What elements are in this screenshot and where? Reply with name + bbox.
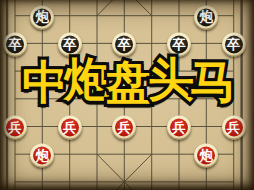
piece-red-soldier-7[interactable]: 兵 xyxy=(167,116,191,140)
black-piece-glyph: 卒 xyxy=(6,36,24,54)
title-char: 炮 xyxy=(64,56,106,102)
xiangqi-board: 炮炮卒卒卒卒卒兵兵兵兵兵炮炮 中炮盘头马 xyxy=(0,0,254,190)
black-piece-glyph: 炮 xyxy=(33,8,51,26)
title-char: 马 xyxy=(190,59,232,105)
opening-title: 中炮盘头马 xyxy=(0,58,254,104)
red-piece-glyph: 兵 xyxy=(6,119,24,137)
black-piece-glyph: 卒 xyxy=(115,36,133,54)
piece-black-cannon-left[interactable]: 炮 xyxy=(30,5,54,29)
piece-black-soldier-9[interactable]: 卒 xyxy=(222,33,246,57)
red-piece-glyph: 炮 xyxy=(33,147,51,165)
piece-red-soldier-3[interactable]: 兵 xyxy=(58,116,82,140)
piece-black-cannon-right[interactable]: 炮 xyxy=(194,5,218,29)
piece-black-soldier-5[interactable]: 卒 xyxy=(112,33,136,57)
black-piece-glyph: 炮 xyxy=(197,8,215,26)
piece-red-cannon-left[interactable]: 炮 xyxy=(30,144,54,168)
red-piece-glyph: 兵 xyxy=(225,119,243,137)
red-piece-glyph: 炮 xyxy=(197,147,215,165)
piece-red-cannon-right[interactable]: 炮 xyxy=(194,144,218,168)
title-char: 盘 xyxy=(106,59,148,105)
piece-black-soldier-1[interactable]: 卒 xyxy=(3,33,27,57)
piece-red-soldier-1[interactable]: 兵 xyxy=(3,116,27,140)
title-char: 中 xyxy=(22,59,64,105)
title-char: 头 xyxy=(148,56,190,102)
piece-red-soldier-5[interactable]: 兵 xyxy=(112,116,136,140)
piece-red-soldier-9[interactable]: 兵 xyxy=(222,116,246,140)
black-piece-glyph: 卒 xyxy=(61,36,79,54)
red-piece-glyph: 兵 xyxy=(115,119,133,137)
red-piece-glyph: 兵 xyxy=(170,119,188,137)
red-piece-glyph: 兵 xyxy=(61,119,79,137)
black-piece-glyph: 卒 xyxy=(225,36,243,54)
black-piece-glyph: 卒 xyxy=(170,36,188,54)
